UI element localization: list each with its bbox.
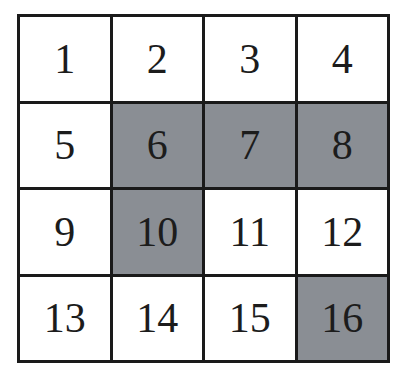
cell-number: 5 — [54, 124, 75, 166]
cell-number: 2 — [147, 38, 168, 80]
grid-cell-10: 10 — [113, 190, 203, 274]
grid-cell-16: 16 — [298, 277, 388, 361]
grid-cell-7: 7 — [205, 104, 295, 188]
grid-cell-12: 12 — [298, 190, 388, 274]
cell-number: 10 — [136, 211, 178, 253]
grid-cell-5: 5 — [20, 104, 110, 188]
grid-cell-13: 13 — [20, 277, 110, 361]
cell-number: 12 — [321, 211, 363, 253]
puzzle-grid: 1 2 3 4 5 6 7 8 9 10 11 12 13 14 15 16 — [17, 14, 390, 363]
grid-cell-14: 14 — [113, 277, 203, 361]
cell-number: 7 — [239, 124, 260, 166]
grid-cell-6: 6 — [113, 104, 203, 188]
cell-number: 1 — [54, 38, 75, 80]
grid-cell-3: 3 — [205, 17, 295, 101]
grid-cell-2: 2 — [113, 17, 203, 101]
grid-cell-11: 11 — [205, 190, 295, 274]
cell-number: 6 — [147, 124, 168, 166]
cell-number: 15 — [229, 297, 271, 339]
grid-cell-9: 9 — [20, 190, 110, 274]
cell-number: 3 — [239, 38, 260, 80]
cell-number: 16 — [321, 297, 363, 339]
grid-cell-1: 1 — [20, 17, 110, 101]
cell-number: 13 — [44, 297, 86, 339]
cell-number: 11 — [230, 211, 270, 253]
cell-number: 14 — [136, 297, 178, 339]
grid-cell-15: 15 — [205, 277, 295, 361]
grid-cell-4: 4 — [298, 17, 388, 101]
cell-number: 4 — [332, 38, 353, 80]
grid-cell-8: 8 — [298, 104, 388, 188]
cell-number: 8 — [332, 124, 353, 166]
cell-number: 9 — [54, 211, 75, 253]
